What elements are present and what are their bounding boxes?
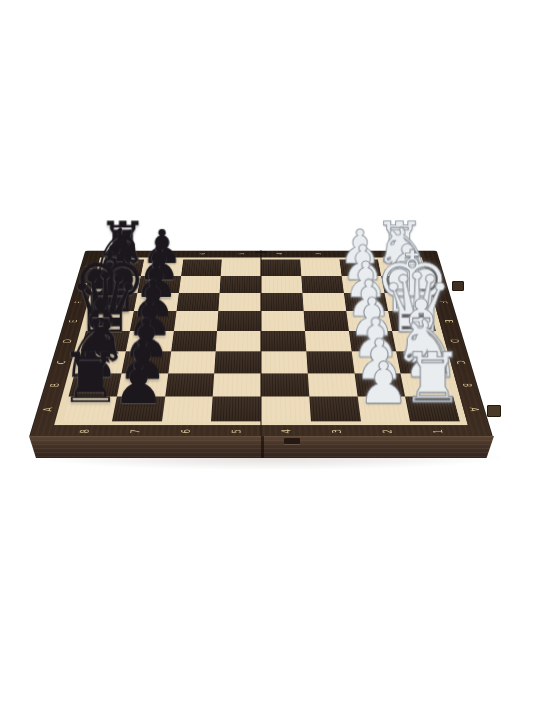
- square-e5: [217, 311, 261, 330]
- square-d4: [261, 331, 306, 352]
- square-a4: [261, 397, 311, 422]
- square-g5: [220, 276, 261, 293]
- square-d5: [216, 331, 261, 352]
- silver-pawn-a2: ♟: [346, 354, 421, 409]
- board-perspective-wrapper: 8877665544332211AABBCCDDEEFFGGHH♜♞♝♛♚♝♞♜…: [29, 0, 493, 437]
- square-e4: [261, 311, 305, 330]
- square-h5: [221, 259, 261, 275]
- coord-back-6: 6: [200, 253, 207, 255]
- fold-seam: [260, 250, 262, 436]
- square-h4: [261, 259, 301, 275]
- chess-board: 8877665544332211AABBCCDDEEFFGGHH♜♞♝♛♚♝♞♜…: [29, 251, 493, 437]
- square-c4: [261, 351, 308, 373]
- back-hinge-icon: [255, 251, 267, 253]
- square-c5: [214, 351, 261, 373]
- side-fold-seam: [261, 436, 264, 458]
- coord-back-4: 4: [277, 253, 284, 255]
- right-fold-hinge-icon: [452, 281, 464, 291]
- black-pawn-a7: ♟: [101, 354, 176, 409]
- coord-back-5: 5: [238, 253, 245, 255]
- coord-back-3: 3: [315, 253, 322, 255]
- square-a5: [211, 397, 261, 422]
- square-b5: [213, 373, 261, 396]
- square-f4: [261, 293, 303, 311]
- front-latch-icon: [284, 438, 300, 444]
- square-f5: [219, 293, 261, 311]
- square-b4: [261, 373, 309, 396]
- board-side-edge: [29, 436, 494, 458]
- front-right-clasp-icon: [487, 405, 501, 417]
- product-photo: 8877665544332211AABBCCDDEEFFGGHH♜♞♝♛♚♝♞♜…: [0, 0, 540, 720]
- square-g4: [261, 276, 302, 293]
